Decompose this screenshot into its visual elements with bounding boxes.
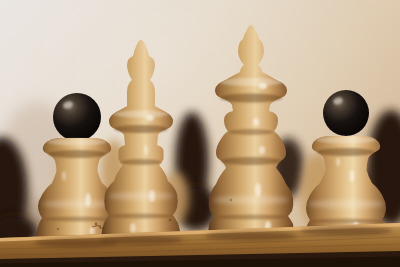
sheen-spot: [149, 190, 155, 202]
sheen-spot: [90, 227, 95, 235]
sheen-spot: [130, 223, 136, 233]
speck: [230, 199, 232, 201]
ring-crease: [229, 129, 273, 135]
torus-crease: [215, 215, 287, 220]
collar-sheen: [219, 78, 283, 86]
sheen-spot: [144, 145, 148, 155]
sheen-spot: [259, 146, 265, 154]
collar-sheen: [316, 137, 376, 144]
collar-underside-shadow: [114, 125, 168, 133]
black-ball-finial: [53, 93, 101, 141]
ring-underside-shadow: [121, 159, 161, 165]
torus-crease: [310, 219, 382, 224]
collar-underside-shadow: [48, 150, 106, 158]
contact-shadow: [99, 236, 183, 245]
sheen-spot: [62, 171, 66, 181]
torus-crease: [110, 214, 172, 219]
chess-photo-scene: [0, 0, 400, 267]
collar-underside-shadow: [317, 148, 375, 156]
skirt-underside-shadow: [221, 157, 281, 165]
torus-sheen: [213, 196, 289, 205]
sheen-spot: [85, 193, 91, 207]
speck: [95, 223, 98, 226]
sheen-spot: [336, 158, 340, 166]
black-ball-finial: [323, 90, 369, 136]
torus-sheen: [108, 192, 174, 200]
sheen-spot: [146, 115, 154, 121]
speck: [169, 219, 171, 221]
sheen-spot: [253, 118, 259, 126]
collar-underside-shadow: [220, 94, 282, 103]
contact-shadow: [300, 227, 392, 236]
sheen-spot: [350, 170, 355, 182]
sheen-spot: [255, 183, 261, 197]
collar-sheen: [113, 111, 169, 118]
torus-sheen: [42, 200, 112, 208]
speck: [57, 228, 59, 230]
sheen-spot: [259, 83, 267, 89]
torus-sheen: [308, 200, 384, 209]
torus-crease: [44, 217, 110, 222]
collar-sheen: [47, 139, 107, 146]
